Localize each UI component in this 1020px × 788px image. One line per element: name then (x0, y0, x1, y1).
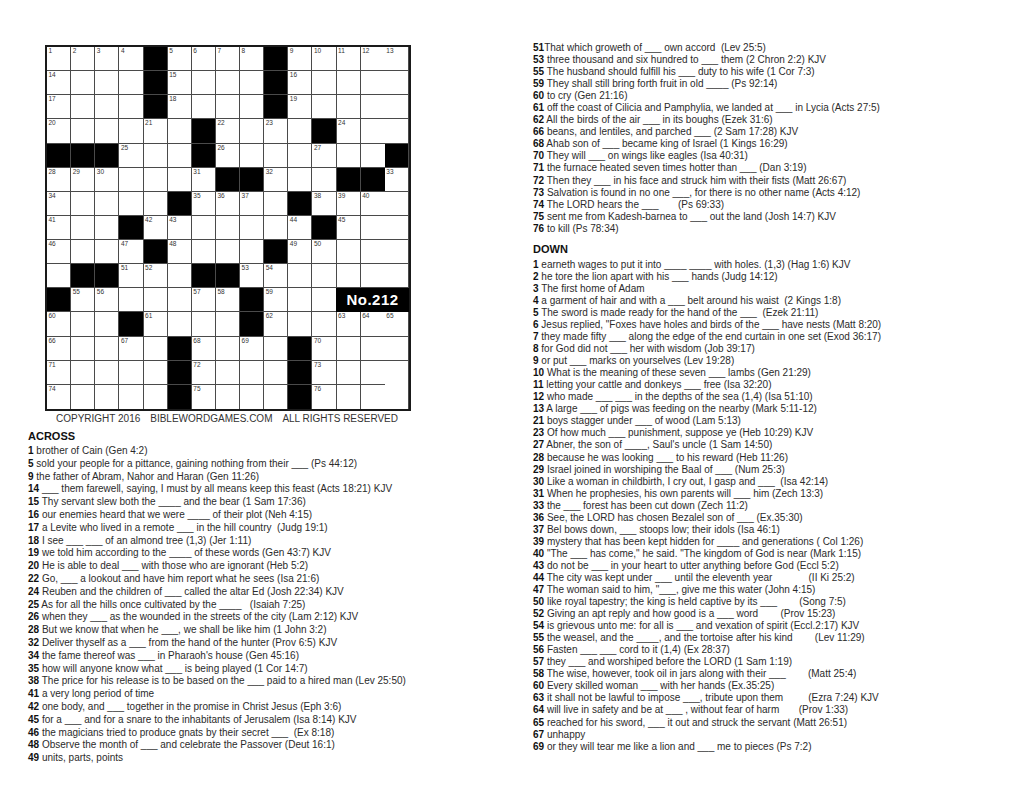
grid-cell-r14c2[interactable] (71, 361, 95, 385)
grid-cell-r4c1[interactable]: 20 (47, 119, 71, 143)
black-cell-r7c6 (168, 192, 192, 216)
grid-cell-r1c8[interactable]: 7 (216, 47, 240, 71)
grid-cell-r2c4[interactable] (119, 71, 143, 95)
grid-cell-r3c9[interactable] (240, 95, 264, 119)
grid-cell-r14c15[interactable] (385, 361, 409, 385)
across-clue-34: 34 the fame thereof was ___ in Pharaoh's… (28, 650, 530, 663)
grid-cell-r9c14[interactable] (361, 240, 385, 264)
down-clue-52: 52 Giving an apt reply and how good is a… (533, 608, 1019, 620)
grid-cell-r7c4[interactable] (119, 192, 143, 216)
black-cell-r4c12 (312, 119, 336, 143)
black-cell-r7c11 (288, 192, 312, 216)
clue-number: 30 (533, 476, 544, 487)
clue-number: 55 (533, 66, 544, 77)
grid-cell-r1c11[interactable]: 9 (288, 47, 312, 71)
down-clue-12: 12 who made ___ ___ in the depths of the… (533, 391, 1019, 403)
clue-text: sent me from Kadesh-barnea to ___ out th… (544, 211, 836, 222)
grid-cell-r13c15[interactable] (385, 337, 409, 361)
grid-cell-r2c3[interactable] (95, 71, 119, 95)
clue-number: 68 (533, 138, 544, 149)
grid-cell-r3c12[interactable] (312, 95, 336, 119)
grid-cell-r6c2[interactable]: 29 (71, 168, 95, 192)
clue-number: 39 (533, 536, 544, 547)
grid-cell-r2c9[interactable] (240, 71, 264, 95)
grid-cell-r13c4[interactable]: 67 (119, 337, 143, 361)
grid-cell-r9c2[interactable] (71, 240, 95, 264)
grid-cell-r5c13[interactable] (337, 144, 361, 168)
grid-cell-r3c3[interactable] (95, 95, 119, 119)
grid-cell-r2c7[interactable] (192, 71, 216, 95)
grid-cell-r5c9[interactable] (240, 144, 264, 168)
grid-cell-r9c7[interactable] (192, 240, 216, 264)
grid-cell-r9c1[interactable]: 46 (47, 240, 71, 264)
clue-text: when they ___ as the wounded in the stre… (39, 611, 358, 622)
grid-cell-r12c13[interactable]: 63 (337, 312, 361, 336)
grid-cell-r8c15[interactable] (385, 216, 409, 240)
across-clue-70: 70 They will ___ on wings like eagles (I… (533, 150, 1019, 162)
clue-number: 13 (533, 403, 544, 414)
grid-cell-r7c5[interactable] (144, 192, 168, 216)
clue-text: Every skilled woman ___ with her hands (… (544, 680, 774, 691)
grid-cell-r5c4[interactable]: 25 (119, 144, 143, 168)
across-clue-17: 17 a Levite who lived in a remote ___ in… (28, 522, 530, 535)
clue-text: Bel bows down, ___ stoops low; their ido… (544, 524, 780, 535)
grid-cell-r3c1[interactable]: 17 (47, 95, 71, 119)
grid-cell-r12c10[interactable]: 62 (264, 312, 288, 336)
grid-cell-r6c7[interactable]: 31 (192, 168, 216, 192)
clue-text: to cry (Gen 21:16) (544, 90, 627, 101)
grid-cell-r13c12[interactable]: 70 (312, 337, 336, 361)
grid-cell-r12c6[interactable] (168, 312, 192, 336)
grid-cell-r11c7[interactable]: 57 (192, 288, 216, 312)
clue-text: "The ___ has come," he said. "The kingdo… (544, 548, 861, 559)
clue-number: 70 (533, 150, 544, 161)
grid-cell-r15c3[interactable] (95, 385, 119, 409)
grid-cell-r15c5[interactable] (144, 385, 168, 409)
grid-cell-r1c9[interactable]: 8 (240, 47, 264, 71)
grid-cell-r15c15[interactable] (385, 385, 409, 409)
black-cell-r6c13 (337, 168, 361, 192)
grid-cell-r7c14[interactable]: 40 (361, 192, 385, 216)
down-clue-40: 40 "The ___ has come," he said. "The kin… (533, 548, 1019, 560)
cell-number-75: 75 (193, 385, 200, 393)
clue-text: the fame thereof was ___ in Pharaoh's ho… (39, 650, 299, 661)
grid-cell-r3c8[interactable] (216, 95, 240, 119)
cell-number-55: 55 (73, 288, 80, 296)
grid-cell-r9c9[interactable] (240, 240, 264, 264)
grid-cell-r15c12[interactable]: 76 (312, 385, 336, 409)
grid-cell-r6c10[interactable]: 32 (264, 168, 288, 192)
grid-cell-r10c6[interactable] (168, 264, 192, 288)
grid-cell-r4c2[interactable] (71, 119, 95, 143)
cell-number-17: 17 (49, 95, 56, 103)
grid-cell-r4c6[interactable] (168, 119, 192, 143)
clue-number: 55 (533, 632, 544, 643)
grid-cell-r1c1[interactable]: 1 (47, 47, 71, 71)
cell-number-20: 20 (49, 119, 56, 127)
cell-number-62: 62 (266, 312, 273, 320)
grid-cell-r2c15[interactable] (385, 71, 409, 95)
grid-cell-r9c12[interactable]: 50 (312, 240, 336, 264)
grid-cell-r8c10[interactable] (264, 216, 288, 240)
grid-cell-r11c8[interactable]: 58 (216, 288, 240, 312)
grid-cell-r1c13[interactable]: 11 (337, 47, 361, 71)
down-clue-29: 29 Israel joined in worshiping the Baal … (533, 464, 1019, 476)
cell-number-49: 49 (290, 240, 297, 248)
down-clue-43: 43 do not be ___ in your heart to utter … (533, 560, 1019, 572)
grid-cell-r4c14[interactable] (361, 119, 385, 143)
grid-cell-r5c12[interactable]: 27 (312, 144, 336, 168)
clue-text: it shall not be lawful to impose ___, tr… (544, 692, 879, 703)
grid-cell-r10c4[interactable]: 51 (119, 264, 143, 288)
clue-number: 40 (533, 548, 544, 559)
grid-cell-r1c7[interactable]: 6 (192, 47, 216, 71)
black-cell-r4c7 (192, 119, 216, 143)
grid-cell-r15c9[interactable] (240, 385, 264, 409)
grid-cell-r14c4[interactable] (119, 361, 143, 385)
grid-cell-r3c14[interactable] (361, 95, 385, 119)
clue-number: 67 (533, 729, 544, 740)
grid-cell-r4c9[interactable] (240, 119, 264, 143)
cell-number-37: 37 (242, 192, 249, 200)
black-cell-r8c4 (119, 216, 143, 240)
grid-cell-r10c9[interactable]: 53 (240, 264, 264, 288)
down-clue-28: 28 because he was looking ___ to his rew… (533, 452, 1019, 464)
grid-cell-r9c4[interactable]: 47 (119, 240, 143, 264)
grid-cell-r12c7[interactable] (192, 312, 216, 336)
grid-cell-r14c7[interactable]: 72 (192, 361, 216, 385)
grid-cell-r3c13[interactable] (337, 95, 361, 119)
grid-cell-r15c1[interactable]: 74 (47, 385, 71, 409)
grid-cell-r6c6[interactable] (168, 168, 192, 192)
grid-cell-r10c1[interactable] (47, 264, 71, 288)
cell-number-59: 59 (266, 288, 273, 296)
grid-cell-r8c13[interactable]: 45 (337, 216, 361, 240)
grid-cell-r4c5[interactable]: 21 (144, 119, 168, 143)
grid-cell-r13c3[interactable] (95, 337, 119, 361)
grid-cell-r1c2[interactable]: 2 (71, 47, 95, 71)
grid-cell-r15c10[interactable] (264, 385, 288, 409)
grid-cell-r6c4[interactable] (119, 168, 143, 192)
across-clue-18: 18 I see ___ ___ of an almond tree (1,3)… (28, 535, 530, 548)
cell-number-54: 54 (266, 264, 273, 272)
grid-cell-r10c14[interactable] (361, 264, 385, 288)
cell-number-74: 74 (49, 385, 56, 393)
clue-text: See, the LORD has chosen Bezalel son of … (544, 512, 803, 523)
grid-cell-r9c11[interactable]: 49 (288, 240, 312, 264)
across-clue-49: 49 units, parts, points (28, 752, 530, 765)
grid-cell-r13c8[interactable] (216, 337, 240, 361)
grid-cell-r10c13[interactable] (337, 264, 361, 288)
down-clue-33: 33 the ___ forest has been cut down (Zec… (533, 500, 1019, 512)
grid-cell-r11c11[interactable] (288, 288, 312, 312)
grid-cell-r8c5[interactable]: 42 (144, 216, 168, 240)
cell-number-4: 4 (121, 47, 125, 55)
grid-cell-r6c3[interactable]: 30 (95, 168, 119, 192)
black-cell-r5c7 (192, 144, 216, 168)
grid-cell-r10c12[interactable] (312, 264, 336, 288)
clue-text: reached for his sword, ___ it out and st… (544, 717, 847, 728)
clue-number: 56 (533, 644, 544, 655)
clue-number: 75 (533, 211, 544, 222)
right-column: 51That which groweth of ___ own accord (… (533, 42, 1019, 753)
clue-number: 27 (533, 439, 544, 450)
grid-cell-r4c3[interactable] (95, 119, 119, 143)
grid-cell-r10c15[interactable] (385, 264, 409, 288)
grid-cell-r13c14[interactable] (361, 337, 385, 361)
grid-cell-r1c6[interactable]: 5 (168, 47, 192, 71)
grid-cell-r8c9[interactable] (240, 216, 264, 240)
grid-cell-r9c6[interactable]: 48 (168, 240, 192, 264)
grid-cell-r15c7[interactable]: 75 (192, 385, 216, 409)
across-clue-9: 9 the father of Abram, Nahor and Haran (… (28, 471, 530, 484)
grid-cell-r14c5[interactable] (144, 361, 168, 385)
cell-number-47: 47 (121, 240, 128, 248)
across-clue-20: 20 He is able to deal ___ with those who… (28, 560, 530, 573)
grid-cell-r7c13[interactable]: 39 (337, 192, 361, 216)
grid-cell-r6c5[interactable] (144, 168, 168, 192)
grid-cell-r1c15[interactable]: 13 (385, 47, 409, 71)
grid-cell-r13c2[interactable] (71, 337, 95, 361)
grid-cell-r8c8[interactable] (216, 216, 240, 240)
grid-cell-r3c15[interactable] (385, 95, 409, 119)
grid-cell-r4c8[interactable]: 22 (216, 119, 240, 143)
black-cell-r2c10 (264, 71, 288, 95)
grid-cell-r2c11[interactable]: 16 (288, 71, 312, 95)
clue-text: or they will tear me like a lion and ___… (544, 741, 811, 752)
cell-number-36: 36 (217, 192, 224, 200)
clue-text: The first home of Adam (539, 283, 645, 294)
across-clue-list-right: 51That which groweth of ___ own accord (… (533, 42, 1019, 235)
grid-cell-r1c12[interactable]: 10 (312, 47, 336, 71)
cell-number-30: 30 (97, 168, 104, 176)
grid-cell-r4c15[interactable] (385, 119, 409, 143)
clue-number: 69 (533, 741, 544, 752)
grid-cell-r15c4[interactable] (119, 385, 143, 409)
grid-cell-r7c15[interactable] (385, 192, 409, 216)
grid-cell-r11c10[interactable]: 59 (264, 288, 288, 312)
clue-text: the weasel, and the ____, and the tortoi… (544, 632, 865, 643)
cell-number-48: 48 (169, 240, 176, 248)
grid-cell-r3c4[interactable] (119, 95, 143, 119)
grid-cell-r7c10[interactable] (264, 192, 288, 216)
clue-text: The wise, however, took oil in jars alon… (544, 668, 856, 679)
across-clue-51: 51That which groweth of ___ own accord (… (533, 42, 1019, 54)
grid-cell-r1c14[interactable]: 12 (361, 47, 385, 71)
down-clue-2: 2 he tore the lion apart with his ___ ha… (533, 271, 1019, 283)
down-clue-47: 47 The woman said to him, "___, give me … (533, 584, 1019, 596)
grid-cell-r12c2[interactable] (71, 312, 95, 336)
grid-cell-r14c10[interactable] (264, 361, 288, 385)
grid-cell-r13c13[interactable] (337, 337, 361, 361)
grid-cell-r7c8[interactable]: 36 (216, 192, 240, 216)
grid-cell-r8c2[interactable] (71, 216, 95, 240)
grid-cell-r13c7[interactable]: 68 (192, 337, 216, 361)
down-clue-67: 67 unhappy (533, 729, 1019, 741)
black-cell-r1c5 (144, 47, 168, 71)
grid-cell-r15c14[interactable] (361, 385, 385, 409)
grid-cell-r5c5[interactable] (144, 144, 168, 168)
grid-cell-r15c13[interactable] (337, 385, 361, 409)
down-clue-39: 39 mystery that has been kept hidden for… (533, 536, 1019, 548)
grid-cell-r1c4[interactable]: 4 (119, 47, 143, 71)
cell-number-5: 5 (169, 47, 173, 55)
grid-cell-r13c5[interactable] (144, 337, 168, 361)
grid-cell-r11c2[interactable]: 55 (71, 288, 95, 312)
grid-cell-r3c2[interactable] (71, 95, 95, 119)
grid-cell-r9c15[interactable] (385, 240, 409, 264)
grid-cell-r14c12[interactable]: 73 (312, 361, 336, 385)
grid-cell-r3c11[interactable]: 19 (288, 95, 312, 119)
grid-cell-r9c3[interactable] (95, 240, 119, 264)
grid-cell-r13c9[interactable]: 69 (240, 337, 264, 361)
crossword-grid: No.212 123456789101112131415161718192021… (45, 45, 411, 411)
down-clue-58: 58 The wise, however, took oil in jars a… (533, 668, 1019, 680)
grid-cell-r3c7[interactable] (192, 95, 216, 119)
grid-cell-r7c1[interactable]: 34 (47, 192, 71, 216)
grid-cell-r8c11[interactable]: 44 (288, 216, 312, 240)
across-clue-48: 48 Observe the month of ___ and celebrat… (28, 739, 530, 752)
cell-number-46: 46 (49, 240, 56, 248)
grid-cell-r6c15[interactable]: 33 (385, 168, 409, 192)
black-cell-r9c10 (264, 240, 288, 264)
grid-cell-r8c6[interactable]: 43 (168, 216, 192, 240)
clue-text: boys stagger under ___ of wood (Lam 5:13… (544, 415, 741, 426)
cell-number-58: 58 (217, 288, 224, 296)
grid-cell-r12c12[interactable] (312, 312, 336, 336)
grid-cell-r10c5[interactable]: 52 (144, 264, 168, 288)
cell-number-14: 14 (49, 71, 56, 79)
grid-cell-r2c13[interactable] (337, 71, 361, 95)
grid-cell-r9c13[interactable] (337, 240, 361, 264)
grid-cell-r12c1[interactable]: 60 (47, 312, 71, 336)
grid-cell-r11c4[interactable] (119, 288, 143, 312)
grid-cell-r6c1[interactable]: 28 (47, 168, 71, 192)
across-clue-1: 1 brother of Cain (Gen 4:2) (28, 445, 530, 458)
grid-cell-r8c7[interactable] (192, 216, 216, 240)
grid-cell-r15c8[interactable] (216, 385, 240, 409)
clue-text: who made ___ ___ in the depths of the se… (544, 391, 813, 402)
across-clue-46: 46 the magicians tried to produce gnats … (28, 727, 530, 740)
grid-cell-r5c11[interactable] (288, 144, 312, 168)
grid-cell-r13c1[interactable]: 66 (47, 337, 71, 361)
grid-cell-r7c12[interactable]: 38 (312, 192, 336, 216)
grid-cell-r14c13[interactable] (337, 361, 361, 385)
grid-cell-r14c9[interactable] (240, 361, 264, 385)
grid-cell-r2c14[interactable] (361, 71, 385, 95)
clue-text: is grievous unto me: for all is ___ and … (544, 620, 859, 631)
clue-text: I see ___ ___ of an almond tree (1,3) (J… (39, 535, 251, 546)
grid-cell-r11c3[interactable]: 56 (95, 288, 119, 312)
grid-cell-r4c4[interactable] (119, 119, 143, 143)
grid-cell-r12c14[interactable]: 64 (361, 312, 385, 336)
grid-cell-r2c2[interactable] (71, 71, 95, 95)
grid-cell-r8c3[interactable] (95, 216, 119, 240)
grid-cell-r8c14[interactable] (361, 216, 385, 240)
clue-text: they made fifty ___ along the edge of th… (539, 331, 881, 342)
grid-cell-r13c10[interactable] (264, 337, 288, 361)
grid-cell-r14c14[interactable] (361, 361, 385, 385)
clue-text: the magicians tried to produce gnats by … (39, 727, 334, 738)
grid-cell-r2c6[interactable]: 15 (168, 71, 192, 95)
cell-number-53: 53 (242, 264, 249, 272)
grid-cell-r7c3[interactable] (95, 192, 119, 216)
cell-number-11: 11 (338, 47, 345, 55)
clue-text: Thy servant slew both the ____ and the b… (39, 496, 306, 507)
grid-cell-r5c10[interactable] (264, 144, 288, 168)
clue-text: The husband should fulfill his ___ duty … (544, 66, 815, 77)
site-name-text: BIBLEWORDGAMES.COM (150, 413, 272, 424)
grid-cell-r6c11[interactable] (288, 168, 312, 192)
clue-text: The woman said to him, "___, give me thi… (544, 584, 815, 595)
clue-number: 50 (533, 596, 544, 607)
grid-cell-r4c13[interactable]: 24 (337, 119, 361, 143)
cell-number-61: 61 (145, 312, 152, 320)
grid-cell-r4c10[interactable]: 23 (264, 119, 288, 143)
grid-cell-r14c1[interactable]: 71 (47, 361, 71, 385)
grid-cell-r7c2[interactable] (71, 192, 95, 216)
clue-text: The city was kept under ___ until the el… (544, 572, 855, 583)
grid-cell-r12c5[interactable]: 61 (144, 312, 168, 336)
grid-cell-r5c8[interactable]: 26 (216, 144, 240, 168)
across-clue-55: 55 The husband should fulfill his ___ du… (533, 66, 1019, 78)
grid-cell-r9c8[interactable] (216, 240, 240, 264)
grid-cell-r15c2[interactable] (71, 385, 95, 409)
grid-cell-r11c5[interactable] (144, 288, 168, 312)
grid-cell-r8c1[interactable]: 41 (47, 216, 71, 240)
grid-cell-r12c3[interactable] (95, 312, 119, 336)
grid-cell-r10c11[interactable] (288, 264, 312, 288)
clue-text: Of how much ___ punishment, suppose ye (… (544, 427, 813, 438)
grid-cell-r11c12[interactable] (312, 288, 336, 312)
grid-cell-r10c10[interactable]: 54 (264, 264, 288, 288)
clue-number: 17 (28, 522, 39, 533)
black-cell-r11c9 (240, 288, 264, 312)
clue-text: he tore the lion apart with his ___ hand… (539, 271, 778, 282)
across-clue-41: 41 a very long period of time (28, 688, 530, 701)
black-cell-r13c6 (168, 337, 192, 361)
grid-cell-r14c3[interactable] (95, 361, 119, 385)
grid-cell-r5c14[interactable] (361, 144, 385, 168)
grid-cell-r3c6[interactable]: 18 (168, 95, 192, 119)
across-section: ACROSS 1 brother of Cain (Gen 4:2)5 sold… (28, 430, 530, 765)
grid-cell-r12c11[interactable] (288, 312, 312, 336)
grid-cell-r7c9[interactable]: 37 (240, 192, 264, 216)
cell-number-35: 35 (193, 192, 200, 200)
across-clue-16: 16 our enemies heard that we were ____ o… (28, 509, 530, 522)
down-clue-56: 56 Fasten ___ ___ cord to it (1,4) (Ex 2… (533, 644, 1019, 656)
clue-text: beans, and lentiles, and parched ___ (2 … (544, 126, 798, 137)
grid-cell-r6c12[interactable] (312, 168, 336, 192)
clue-text: how will anyone know what ___ is being p… (39, 663, 308, 674)
clue-text: As for all the hills once cultivated by … (39, 599, 305, 610)
grid-cell-r11c6[interactable] (168, 288, 192, 312)
grid-cell-r2c8[interactable] (216, 71, 240, 95)
across-clue-24: 24 Reuben and the children of ___ called… (28, 586, 530, 599)
grid-cell-r1c3[interactable]: 3 (95, 47, 119, 71)
grid-cell-r7c7[interactable]: 35 (192, 192, 216, 216)
grid-cell-r12c8[interactable] (216, 312, 240, 336)
down-clue-44: 44 The city was kept under ___ until the… (533, 572, 1019, 584)
grid-cell-r2c12[interactable] (312, 71, 336, 95)
grid-cell-r4c11[interactable] (288, 119, 312, 143)
grid-cell-r12c15[interactable]: 65 (385, 312, 409, 336)
across-clue-68: 68 Ahab son of ___ became king of Israel… (533, 138, 1019, 150)
grid-cell-r2c1[interactable]: 14 (47, 71, 71, 95)
grid-cell-r5c6[interactable] (168, 144, 192, 168)
grid-cell-r14c8[interactable] (216, 361, 240, 385)
clue-number: 74 (533, 199, 544, 210)
